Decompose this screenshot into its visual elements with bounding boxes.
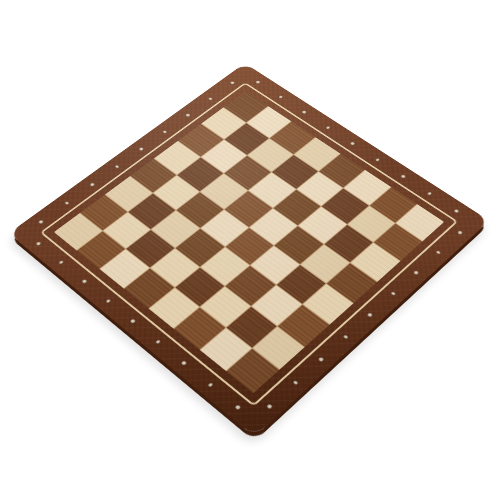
frame-dot xyxy=(155,339,160,343)
frame-dot xyxy=(90,182,95,186)
frame-dot xyxy=(326,125,331,128)
frame-dot xyxy=(139,147,144,150)
frame-dot xyxy=(267,403,273,408)
frame-dot xyxy=(414,270,419,274)
frame-dot xyxy=(208,97,213,100)
frame-dot xyxy=(65,200,70,204)
frame-dot xyxy=(454,208,459,212)
frame-dot xyxy=(391,291,396,295)
frame-dot xyxy=(130,318,135,322)
frame-dot xyxy=(279,95,284,98)
frame-dot xyxy=(367,312,372,316)
frame-dot xyxy=(115,164,120,167)
frame-dot xyxy=(181,360,186,365)
frame-dot xyxy=(318,356,323,360)
frame-dot xyxy=(256,80,260,83)
frame-dot xyxy=(436,250,441,254)
frame-dot xyxy=(59,260,64,264)
frame-dot xyxy=(106,298,111,302)
frame-dot xyxy=(343,334,348,338)
frame-dot xyxy=(401,174,406,178)
frame-dot xyxy=(39,219,44,223)
frame-dot xyxy=(163,130,168,133)
frame-dot xyxy=(293,380,298,385)
frame-dot xyxy=(82,279,87,283)
frame-dot xyxy=(235,404,241,409)
frame-dot xyxy=(458,230,463,234)
photo-background xyxy=(0,0,500,500)
chess-board xyxy=(9,63,490,437)
frame-dot xyxy=(230,81,234,84)
frame-dot xyxy=(36,241,41,245)
frame-dot xyxy=(350,141,355,144)
playing-field xyxy=(54,91,444,393)
frame-dot xyxy=(186,113,191,116)
frame-dot xyxy=(208,382,213,387)
frame-dot xyxy=(375,157,380,160)
frame-dot xyxy=(302,110,307,113)
frame-dot xyxy=(427,191,432,195)
